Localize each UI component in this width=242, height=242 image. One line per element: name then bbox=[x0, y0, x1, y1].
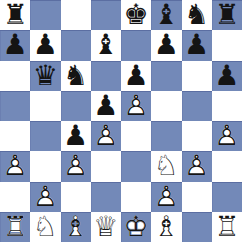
square-c5[interactable] bbox=[61, 91, 91, 121]
queen-fill-glyph: ♛ bbox=[91, 212, 121, 242]
square-b6[interactable]: ♛ bbox=[30, 61, 60, 91]
pawn-outline-glyph: ♙ bbox=[0, 151, 30, 181]
pawn-fill-glyph: ♟ bbox=[91, 121, 121, 151]
knight-fill-glyph: ♞ bbox=[151, 151, 181, 181]
square-b7[interactable]: ♟ bbox=[30, 30, 60, 60]
square-a3[interactable]: ♟♙ bbox=[0, 151, 30, 181]
rook-outline-glyph: ♖ bbox=[0, 212, 30, 242]
square-g8[interactable]: ♞ bbox=[182, 0, 212, 30]
square-h3[interactable] bbox=[212, 151, 242, 181]
square-a7[interactable]: ♟ bbox=[0, 30, 30, 60]
square-h4[interactable]: ♟♙ bbox=[212, 121, 242, 151]
knight-outline-glyph: ♘ bbox=[151, 151, 181, 181]
pawn-fill-glyph: ♟ bbox=[182, 151, 212, 181]
square-c1[interactable]: ♝♗ bbox=[61, 212, 91, 242]
queen-glyph: ♛ bbox=[30, 61, 60, 91]
piece-black-pawn-g7[interactable]: ♟ bbox=[182, 30, 212, 60]
square-f3[interactable]: ♞♘ bbox=[151, 151, 181, 181]
pawn-glyph: ♟ bbox=[212, 61, 242, 91]
rook-glyph: ♜ bbox=[0, 0, 30, 30]
pawn-outline-glyph: ♙ bbox=[61, 151, 91, 181]
square-e3[interactable] bbox=[121, 151, 151, 181]
square-g3[interactable]: ♟♙ bbox=[182, 151, 212, 181]
pawn-outline-glyph: ♙ bbox=[121, 91, 151, 121]
pawn-outline-glyph: ♙ bbox=[151, 182, 181, 212]
piece-black-pawn-b7[interactable]: ♟ bbox=[30, 30, 60, 60]
square-d8[interactable] bbox=[91, 0, 121, 30]
piece-white-pawn-e5[interactable]: ♟♙ bbox=[121, 91, 151, 121]
piece-white-pawn-c3[interactable]: ♟♙ bbox=[61, 151, 91, 181]
square-b4[interactable] bbox=[30, 121, 60, 151]
square-e8[interactable]: ♚ bbox=[121, 0, 151, 30]
piece-white-pawn-b2[interactable]: ♟♙ bbox=[30, 182, 60, 212]
piece-black-bishop-d7[interactable]: ♝ bbox=[91, 30, 121, 60]
square-b2[interactable]: ♟♙ bbox=[30, 182, 60, 212]
rook-glyph: ♜ bbox=[212, 0, 242, 30]
square-e1[interactable]: ♚♔ bbox=[121, 212, 151, 242]
square-c7[interactable] bbox=[61, 30, 91, 60]
pawn-glyph: ♟ bbox=[0, 30, 30, 60]
knight-glyph: ♞ bbox=[182, 0, 212, 30]
piece-white-pawn-a3[interactable]: ♟♙ bbox=[0, 151, 30, 181]
pawn-glyph: ♟ bbox=[91, 91, 121, 121]
square-a8[interactable]: ♜ bbox=[0, 0, 30, 30]
pawn-glyph: ♟ bbox=[121, 61, 151, 91]
square-f2[interactable]: ♟♙ bbox=[151, 182, 181, 212]
square-g7[interactable]: ♟ bbox=[182, 30, 212, 60]
piece-black-pawn-f7[interactable]: ♟ bbox=[151, 30, 181, 60]
queen-outline-glyph: ♕ bbox=[91, 212, 121, 242]
piece-black-pawn-a7[interactable]: ♟ bbox=[0, 30, 30, 60]
bishop-outline-glyph: ♗ bbox=[61, 212, 91, 242]
piece-black-rook-a8[interactable]: ♜ bbox=[0, 0, 30, 30]
square-g5[interactable] bbox=[182, 91, 212, 121]
piece-white-queen-d1[interactable]: ♛♕ bbox=[91, 212, 121, 242]
square-d1[interactable]: ♛♕ bbox=[91, 212, 121, 242]
square-c6[interactable]: ♞ bbox=[61, 61, 91, 91]
piece-white-pawn-h4[interactable]: ♟♙ bbox=[212, 121, 242, 151]
square-e7[interactable] bbox=[121, 30, 151, 60]
square-a2[interactable] bbox=[0, 182, 30, 212]
piece-black-bishop-f8[interactable]: ♝ bbox=[151, 0, 181, 30]
bishop-fill-glyph: ♝ bbox=[151, 212, 181, 242]
square-c4[interactable]: ♟ bbox=[61, 121, 91, 151]
square-h7[interactable] bbox=[212, 30, 242, 60]
square-e6[interactable]: ♟ bbox=[121, 61, 151, 91]
piece-black-knight-c6[interactable]: ♞ bbox=[61, 61, 91, 91]
piece-white-knight-b1[interactable]: ♞♘ bbox=[30, 212, 60, 242]
bishop-glyph: ♝ bbox=[151, 0, 181, 30]
pawn-fill-glyph: ♟ bbox=[30, 182, 60, 212]
piece-white-pawn-g3[interactable]: ♟♙ bbox=[182, 151, 212, 181]
piece-black-rook-h8[interactable]: ♜ bbox=[212, 0, 242, 30]
knight-fill-glyph: ♞ bbox=[30, 212, 60, 242]
bishop-fill-glyph: ♝ bbox=[61, 212, 91, 242]
square-a1[interactable]: ♜♖ bbox=[0, 212, 30, 242]
square-h8[interactable]: ♜ bbox=[212, 0, 242, 30]
square-h5[interactable] bbox=[212, 91, 242, 121]
pawn-outline-glyph: ♙ bbox=[212, 121, 242, 151]
piece-white-rook-a1[interactable]: ♜♖ bbox=[0, 212, 30, 242]
chess-board: ♜♚♝♞♜♟♟♝♟♟♛♞♟♟♟♟♙♟♟♙♟♙♟♙♟♙♞♘♟♙♟♙♟♙♜♖♞♘♝♗… bbox=[0, 0, 242, 242]
square-d6[interactable] bbox=[91, 61, 121, 91]
square-f5[interactable] bbox=[151, 91, 181, 121]
rook-outline-glyph: ♖ bbox=[212, 212, 242, 242]
square-b1[interactable]: ♞♘ bbox=[30, 212, 60, 242]
square-a4[interactable] bbox=[0, 121, 30, 151]
pawn-fill-glyph: ♟ bbox=[0, 151, 30, 181]
piece-black-pawn-c4[interactable]: ♟ bbox=[61, 121, 91, 151]
square-f8[interactable]: ♝ bbox=[151, 0, 181, 30]
square-d3[interactable] bbox=[91, 151, 121, 181]
pawn-outline-glyph: ♙ bbox=[91, 121, 121, 151]
piece-white-pawn-f2[interactable]: ♟♙ bbox=[151, 182, 181, 212]
square-g2[interactable] bbox=[182, 182, 212, 212]
square-f6[interactable] bbox=[151, 61, 181, 91]
square-b5[interactable] bbox=[30, 91, 60, 121]
piece-black-pawn-e6[interactable]: ♟ bbox=[121, 61, 151, 91]
piece-black-pawn-h6[interactable]: ♟ bbox=[212, 61, 242, 91]
square-a5[interactable] bbox=[0, 91, 30, 121]
square-d4[interactable]: ♟♙ bbox=[91, 121, 121, 151]
square-e4[interactable] bbox=[121, 121, 151, 151]
piece-white-king-e1[interactable]: ♚♔ bbox=[121, 212, 151, 242]
pawn-fill-glyph: ♟ bbox=[121, 91, 151, 121]
pawn-fill-glyph: ♟ bbox=[212, 121, 242, 151]
square-h6[interactable]: ♟ bbox=[212, 61, 242, 91]
bishop-outline-glyph: ♗ bbox=[151, 212, 181, 242]
king-fill-glyph: ♚ bbox=[121, 212, 151, 242]
square-e5[interactable]: ♟♙ bbox=[121, 91, 151, 121]
pawn-fill-glyph: ♟ bbox=[61, 151, 91, 181]
square-g4[interactable] bbox=[182, 121, 212, 151]
square-g1[interactable] bbox=[182, 212, 212, 242]
piece-white-knight-f3[interactable]: ♞♘ bbox=[151, 151, 181, 181]
piece-white-bishop-f1[interactable]: ♝♗ bbox=[151, 212, 181, 242]
square-d2[interactable] bbox=[91, 182, 121, 212]
king-glyph: ♚ bbox=[121, 0, 151, 30]
pawn-outline-glyph: ♙ bbox=[30, 182, 60, 212]
square-d7[interactable]: ♝ bbox=[91, 30, 121, 60]
rook-fill-glyph: ♜ bbox=[212, 212, 242, 242]
pawn-fill-glyph: ♟ bbox=[151, 182, 181, 212]
pawn-glyph: ♟ bbox=[30, 30, 60, 60]
square-c3[interactable]: ♟♙ bbox=[61, 151, 91, 181]
rook-fill-glyph: ♜ bbox=[0, 212, 30, 242]
pawn-outline-glyph: ♙ bbox=[182, 151, 212, 181]
piece-black-queen-b6[interactable]: ♛ bbox=[30, 61, 60, 91]
square-d5[interactable]: ♟ bbox=[91, 91, 121, 121]
square-f4[interactable] bbox=[151, 121, 181, 151]
piece-white-rook-h1[interactable]: ♜♖ bbox=[212, 212, 242, 242]
square-a6[interactable] bbox=[0, 61, 30, 91]
pawn-glyph: ♟ bbox=[61, 121, 91, 151]
piece-white-pawn-d4[interactable]: ♟♙ bbox=[91, 121, 121, 151]
square-g6[interactable] bbox=[182, 61, 212, 91]
square-b3[interactable] bbox=[30, 151, 60, 181]
bishop-glyph: ♝ bbox=[91, 30, 121, 60]
piece-black-knight-g8[interactable]: ♞ bbox=[182, 0, 212, 30]
square-h1[interactable]: ♜♖ bbox=[212, 212, 242, 242]
square-f1[interactable]: ♝♗ bbox=[151, 212, 181, 242]
piece-white-bishop-c1[interactable]: ♝♗ bbox=[61, 212, 91, 242]
knight-outline-glyph: ♘ bbox=[30, 212, 60, 242]
piece-black-king-e8[interactable]: ♚ bbox=[121, 0, 151, 30]
piece-black-pawn-d5[interactable]: ♟ bbox=[91, 91, 121, 121]
square-h2[interactable] bbox=[212, 182, 242, 212]
square-f7[interactable]: ♟ bbox=[151, 30, 181, 60]
knight-glyph: ♞ bbox=[61, 61, 91, 91]
square-c2[interactable] bbox=[61, 182, 91, 212]
square-c8[interactable] bbox=[61, 0, 91, 30]
square-e2[interactable] bbox=[121, 182, 151, 212]
square-b8[interactable] bbox=[30, 0, 60, 30]
pawn-glyph: ♟ bbox=[151, 30, 181, 60]
pawn-glyph: ♟ bbox=[182, 30, 212, 60]
king-outline-glyph: ♔ bbox=[121, 212, 151, 242]
